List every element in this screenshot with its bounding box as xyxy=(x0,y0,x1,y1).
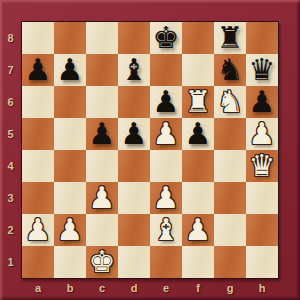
square-b5[interactable] xyxy=(54,118,86,150)
square-d7[interactable]: ♝ xyxy=(118,54,150,86)
square-g7[interactable]: ♞ xyxy=(214,54,246,86)
black-knight-icon[interactable]: ♞ xyxy=(214,54,246,86)
square-f2[interactable]: ♟ xyxy=(182,214,214,246)
square-h6[interactable]: ♟ xyxy=(246,86,278,118)
black-pawn-icon[interactable]: ♟ xyxy=(22,54,54,86)
square-d3[interactable] xyxy=(118,182,150,214)
square-g8[interactable]: ♜ xyxy=(214,22,246,54)
square-b2[interactable]: ♟ xyxy=(54,214,86,246)
square-c7[interactable] xyxy=(86,54,118,86)
black-pawn-icon[interactable]: ♟ xyxy=(118,118,150,150)
square-f1[interactable] xyxy=(182,246,214,278)
white-pawn-icon[interactable]: ♟ xyxy=(54,214,86,246)
square-c8[interactable] xyxy=(86,22,118,54)
file-label-e: e xyxy=(150,279,182,300)
rank-label-1: 1 xyxy=(0,246,21,278)
square-d4[interactable] xyxy=(118,150,150,182)
white-pawn-icon[interactable]: ♟ xyxy=(150,118,182,150)
square-c2[interactable] xyxy=(86,214,118,246)
white-pawn-icon[interactable]: ♟ xyxy=(182,214,214,246)
square-f3[interactable] xyxy=(182,182,214,214)
white-pawn-icon[interactable]: ♟ xyxy=(150,182,182,214)
black-pawn-icon[interactable]: ♟ xyxy=(182,118,214,150)
square-b6[interactable] xyxy=(54,86,86,118)
square-f6[interactable]: ♜ xyxy=(182,86,214,118)
square-e8[interactable]: ♚ xyxy=(150,22,182,54)
white-knight-icon[interactable]: ♞ xyxy=(214,86,246,118)
white-rook-icon[interactable]: ♜ xyxy=(182,86,214,118)
square-e2[interactable]: ♝ xyxy=(150,214,182,246)
rank-label-8: 8 xyxy=(0,22,21,54)
file-labels: abcdefgh xyxy=(22,279,278,300)
file-label-g: g xyxy=(214,279,246,300)
square-g4[interactable] xyxy=(214,150,246,182)
rank-label-3: 3 xyxy=(0,182,21,214)
square-g3[interactable] xyxy=(214,182,246,214)
square-c6[interactable] xyxy=(86,86,118,118)
black-queen-icon[interactable]: ♛ xyxy=(246,54,278,86)
square-e7[interactable] xyxy=(150,54,182,86)
square-b4[interactable] xyxy=(54,150,86,182)
white-queen-icon[interactable]: ♛ xyxy=(246,150,278,182)
square-c1[interactable]: ♚ xyxy=(86,246,118,278)
black-king-icon[interactable]: ♚ xyxy=(150,22,182,54)
square-a2[interactable]: ♟ xyxy=(22,214,54,246)
square-g2[interactable] xyxy=(214,214,246,246)
square-a5[interactable] xyxy=(22,118,54,150)
white-bishop-icon[interactable]: ♝ xyxy=(150,214,182,246)
square-a6[interactable] xyxy=(22,86,54,118)
square-a8[interactable] xyxy=(22,22,54,54)
square-h3[interactable] xyxy=(246,182,278,214)
square-f7[interactable] xyxy=(182,54,214,86)
square-a1[interactable] xyxy=(22,246,54,278)
black-pawn-icon[interactable]: ♟ xyxy=(86,118,118,150)
file-label-h: h xyxy=(246,279,278,300)
black-pawn-icon[interactable]: ♟ xyxy=(150,86,182,118)
square-d1[interactable] xyxy=(118,246,150,278)
square-e1[interactable] xyxy=(150,246,182,278)
square-d8[interactable] xyxy=(118,22,150,54)
square-d5[interactable]: ♟ xyxy=(118,118,150,150)
square-b8[interactable] xyxy=(54,22,86,54)
white-pawn-icon[interactable]: ♟ xyxy=(22,214,54,246)
square-b3[interactable] xyxy=(54,182,86,214)
square-c4[interactable] xyxy=(86,150,118,182)
square-e5[interactable]: ♟ xyxy=(150,118,182,150)
file-label-b: b xyxy=(54,279,86,300)
black-pawn-icon[interactable]: ♟ xyxy=(54,54,86,86)
chess-board-frame: 87654321 abcdefgh ♚♜♟♟♝♞♛♟♜♞♟♟♟♟♟♟♛♟♟♟♟♝… xyxy=(0,0,300,300)
square-a7[interactable]: ♟ xyxy=(22,54,54,86)
chess-board: ♚♜♟♟♝♞♛♟♜♞♟♟♟♟♟♟♛♟♟♟♟♝♟♚ xyxy=(21,21,279,279)
square-c5[interactable]: ♟ xyxy=(86,118,118,150)
rank-label-4: 4 xyxy=(0,150,21,182)
square-f8[interactable] xyxy=(182,22,214,54)
file-label-a: a xyxy=(22,279,54,300)
black-pawn-icon[interactable]: ♟ xyxy=(246,86,278,118)
square-f4[interactable] xyxy=(182,150,214,182)
square-e4[interactable] xyxy=(150,150,182,182)
square-h2[interactable] xyxy=(246,214,278,246)
square-h4[interactable]: ♛ xyxy=(246,150,278,182)
rank-label-7: 7 xyxy=(0,54,21,86)
square-h7[interactable]: ♛ xyxy=(246,54,278,86)
square-f5[interactable]: ♟ xyxy=(182,118,214,150)
rank-label-6: 6 xyxy=(0,86,21,118)
square-h5[interactable]: ♟ xyxy=(246,118,278,150)
rank-labels: 87654321 xyxy=(0,22,21,278)
black-bishop-icon[interactable]: ♝ xyxy=(118,54,150,86)
square-e6[interactable]: ♟ xyxy=(150,86,182,118)
black-rook-icon[interactable]: ♜ xyxy=(214,22,246,54)
white-pawn-icon[interactable]: ♟ xyxy=(86,182,118,214)
square-b1[interactable] xyxy=(54,246,86,278)
square-g5[interactable] xyxy=(214,118,246,150)
square-g6[interactable]: ♞ xyxy=(214,86,246,118)
square-g1[interactable] xyxy=(214,246,246,278)
file-label-c: c xyxy=(86,279,118,300)
rank-label-5: 5 xyxy=(0,118,21,150)
square-c3[interactable]: ♟ xyxy=(86,182,118,214)
square-d2[interactable] xyxy=(118,214,150,246)
file-label-f: f xyxy=(182,279,214,300)
white-pawn-icon[interactable]: ♟ xyxy=(246,118,278,150)
white-king-icon[interactable]: ♚ xyxy=(86,246,118,278)
file-label-d: d xyxy=(118,279,150,300)
rank-label-2: 2 xyxy=(0,214,21,246)
square-h8[interactable] xyxy=(246,22,278,54)
square-a4[interactable] xyxy=(22,150,54,182)
square-e3[interactable]: ♟ xyxy=(150,182,182,214)
square-a3[interactable] xyxy=(22,182,54,214)
square-b7[interactable]: ♟ xyxy=(54,54,86,86)
square-h1[interactable] xyxy=(246,246,278,278)
square-d6[interactable] xyxy=(118,86,150,118)
